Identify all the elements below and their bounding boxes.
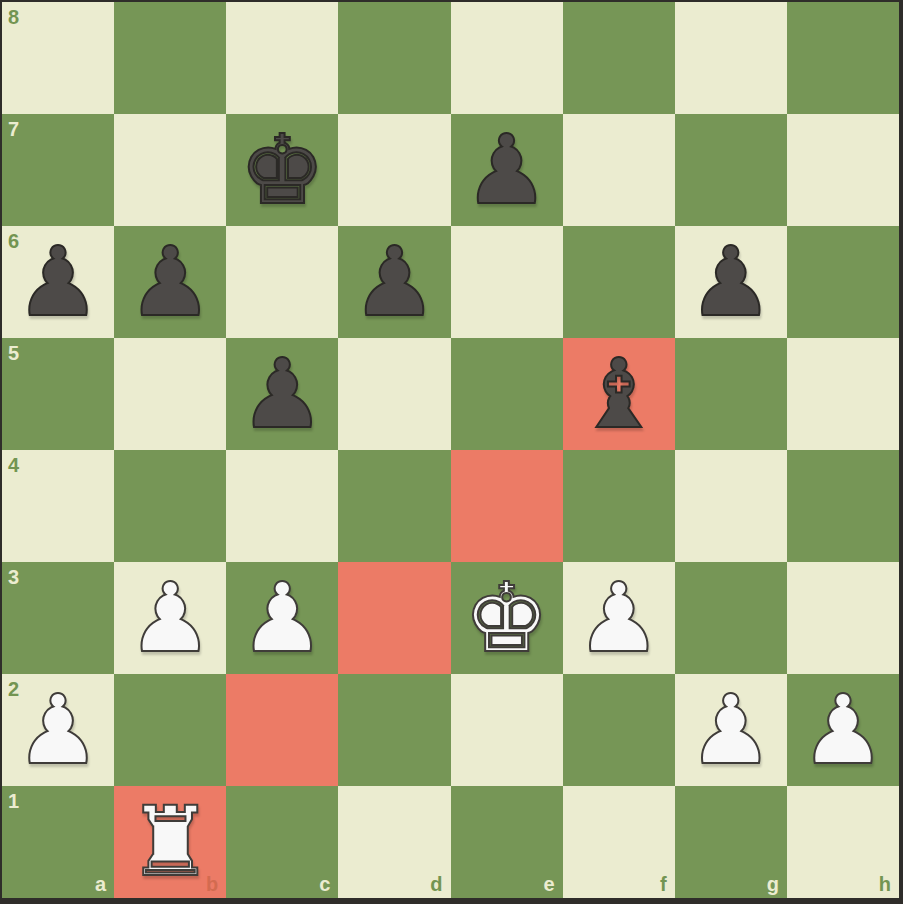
square-a2[interactable]: 2♟: [2, 674, 114, 786]
square-a3[interactable]: 3: [2, 562, 114, 674]
rank-label-3: 3: [8, 567, 19, 587]
white-pawn[interactable]: ♟: [15, 674, 101, 786]
square-e3[interactable]: ♚: [451, 562, 563, 674]
square-g6[interactable]: ♟: [675, 226, 787, 338]
square-h4[interactable]: [787, 450, 899, 562]
file-label-h: h: [879, 874, 891, 894]
rank-label-7: 7: [8, 119, 19, 139]
white-pawn[interactable]: ♟: [576, 562, 662, 674]
white-pawn[interactable]: ♟: [800, 674, 886, 786]
rank-label-5: 5: [8, 343, 19, 363]
black-bishop[interactable]: ♝: [576, 338, 662, 450]
white-rook[interactable]: ♜: [127, 786, 213, 898]
file-label-c: c: [319, 874, 330, 894]
square-g2[interactable]: ♟: [675, 674, 787, 786]
square-e6[interactable]: [451, 226, 563, 338]
square-a4[interactable]: 4: [2, 450, 114, 562]
square-c8[interactable]: [226, 2, 338, 114]
white-pawn[interactable]: ♟: [688, 674, 774, 786]
black-pawn[interactable]: ♟: [127, 226, 213, 338]
black-pawn[interactable]: ♟: [15, 226, 101, 338]
square-c7[interactable]: ♚: [226, 114, 338, 226]
square-d2[interactable]: [338, 674, 450, 786]
square-a1[interactable]: 1a: [2, 786, 114, 898]
black-pawn[interactable]: ♟: [688, 226, 774, 338]
white-king[interactable]: ♚: [464, 562, 550, 674]
rank-label-4: 4: [8, 455, 19, 475]
square-h3[interactable]: [787, 562, 899, 674]
file-label-d: d: [430, 874, 442, 894]
square-g3[interactable]: [675, 562, 787, 674]
black-pawn[interactable]: ♟: [464, 114, 550, 226]
square-b5[interactable]: [114, 338, 226, 450]
square-h2[interactable]: ♟: [787, 674, 899, 786]
square-b4[interactable]: [114, 450, 226, 562]
chess-board: 87♚♟6♟♟♟♟5♟♝43♟♟♚♟2♟♟♟1ab♜cdefgh: [2, 2, 899, 898]
file-label-f: f: [660, 874, 667, 894]
square-c3[interactable]: ♟: [226, 562, 338, 674]
square-d5[interactable]: [338, 338, 450, 450]
white-pawn[interactable]: ♟: [127, 562, 213, 674]
square-d4[interactable]: [338, 450, 450, 562]
square-c6[interactable]: [226, 226, 338, 338]
square-d1[interactable]: d: [338, 786, 450, 898]
square-f2[interactable]: [563, 674, 675, 786]
square-a6[interactable]: 6♟: [2, 226, 114, 338]
square-f8[interactable]: [563, 2, 675, 114]
square-e5[interactable]: [451, 338, 563, 450]
white-pawn[interactable]: ♟: [239, 562, 325, 674]
file-label-e: e: [544, 874, 555, 894]
square-b6[interactable]: ♟: [114, 226, 226, 338]
square-g1[interactable]: g: [675, 786, 787, 898]
square-f1[interactable]: f: [563, 786, 675, 898]
black-pawn[interactable]: ♟: [351, 226, 437, 338]
square-h6[interactable]: [787, 226, 899, 338]
square-a5[interactable]: 5: [2, 338, 114, 450]
rank-label-8: 8: [8, 7, 19, 27]
square-g7[interactable]: [675, 114, 787, 226]
square-b1[interactable]: b♜: [114, 786, 226, 898]
square-e2[interactable]: [451, 674, 563, 786]
square-d3[interactable]: [338, 562, 450, 674]
square-f6[interactable]: [563, 226, 675, 338]
square-h5[interactable]: [787, 338, 899, 450]
square-g4[interactable]: [675, 450, 787, 562]
square-b8[interactable]: [114, 2, 226, 114]
square-f3[interactable]: ♟: [563, 562, 675, 674]
square-d8[interactable]: [338, 2, 450, 114]
square-b3[interactable]: ♟: [114, 562, 226, 674]
black-king[interactable]: ♚: [239, 114, 325, 226]
square-b2[interactable]: [114, 674, 226, 786]
square-c5[interactable]: ♟: [226, 338, 338, 450]
square-f5[interactable]: ♝: [563, 338, 675, 450]
square-e4[interactable]: [451, 450, 563, 562]
square-g8[interactable]: [675, 2, 787, 114]
rank-label-1: 1: [8, 791, 19, 811]
square-e7[interactable]: ♟: [451, 114, 563, 226]
square-a8[interactable]: 8: [2, 2, 114, 114]
square-d7[interactable]: [338, 114, 450, 226]
file-label-a: a: [95, 874, 106, 894]
square-h1[interactable]: h: [787, 786, 899, 898]
black-pawn[interactable]: ♟: [239, 338, 325, 450]
square-g5[interactable]: [675, 338, 787, 450]
square-f7[interactable]: [563, 114, 675, 226]
square-h8[interactable]: [787, 2, 899, 114]
square-c1[interactable]: c: [226, 786, 338, 898]
square-f4[interactable]: [563, 450, 675, 562]
file-label-g: g: [767, 874, 779, 894]
square-c2[interactable]: [226, 674, 338, 786]
square-a7[interactable]: 7: [2, 114, 114, 226]
board-frame: 87♚♟6♟♟♟♟5♟♝43♟♟♚♟2♟♟♟1ab♜cdefgh: [0, 0, 903, 904]
square-b7[interactable]: [114, 114, 226, 226]
square-c4[interactable]: [226, 450, 338, 562]
square-h7[interactable]: [787, 114, 899, 226]
square-d6[interactable]: ♟: [338, 226, 450, 338]
square-e8[interactable]: [451, 2, 563, 114]
square-e1[interactable]: e: [451, 786, 563, 898]
